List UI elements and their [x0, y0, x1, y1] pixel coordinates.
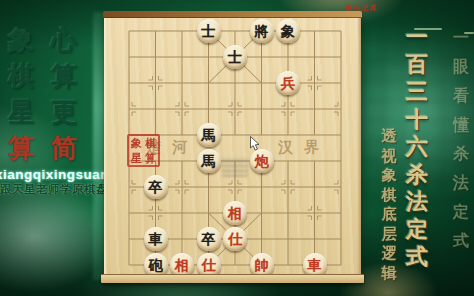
piece-glyph: 士 [228, 50, 242, 64]
piece-glyph: 馬 [202, 128, 216, 142]
mouse-cursor [250, 136, 261, 151]
left-tagline-char: 象 [4, 22, 38, 58]
left-tagline-char: 星 [4, 94, 38, 130]
piece-red-soldier[interactable]: 兵 [276, 71, 300, 95]
piece-glyph: 相 [175, 258, 189, 272]
piece-glyph: 象 [281, 24, 295, 38]
xiangqi-board[interactable]: 楚河 汉界 象棋星算 士將象士兵馬馬炮卒相車卒仕砲相仕帥車 [104, 11, 361, 283]
right-text-char: 底 [377, 204, 401, 224]
right-text-char: 百 [402, 51, 432, 79]
piece-red-advisor[interactable]: 仕 [223, 227, 247, 251]
board-frame-label: 象棋星算 [346, 3, 378, 13]
right-text-char: 棋 [377, 185, 401, 205]
right-text-char: 眼 [450, 52, 472, 81]
right-faint-column: 一眼看懂杀法定式 [450, 23, 472, 255]
right-text-char: 辑 [377, 263, 401, 283]
right-text-char: 层 [377, 224, 401, 244]
piece-glyph: 馬 [202, 154, 216, 168]
left-tagline-char: 更 [47, 94, 81, 130]
piece-glyph: 炮 [255, 154, 269, 168]
piece-red-cannon[interactable]: 炮 [250, 149, 274, 173]
video-frame: 象棋星算 心算更简 xiangqixingsuan 跟天星老师学原棋盘心算 楚河… [0, 0, 474, 296]
piece-glyph: 車 [149, 232, 163, 246]
right-text-char: 杀 [450, 139, 472, 168]
right-text-char: 定 [450, 197, 472, 226]
left-tagline-char: 棋 [4, 58, 38, 94]
right-text-char: 六 [402, 133, 432, 161]
right-text-char: 式 [402, 243, 432, 271]
right-text-char: 法 [450, 168, 472, 197]
piece-black-horse[interactable]: 馬 [197, 123, 221, 147]
right-text-char: 看 [450, 81, 472, 110]
channel-watermark-latin: xiangqixingsuan [0, 167, 109, 182]
piece-black-chariot[interactable]: 車 [144, 227, 168, 251]
piece-glyph: 砲 [149, 258, 163, 272]
piece-glyph: 將 [255, 24, 269, 38]
piece-glyph: 兵 [281, 76, 295, 90]
piece-glyph: 車 [308, 258, 322, 272]
piece-glyph: 士 [202, 24, 216, 38]
piece-glyph: 卒 [202, 232, 216, 246]
left-tagline-char: 简 [47, 130, 81, 166]
piece-red-elephant[interactable]: 相 [223, 201, 247, 225]
piece-black-horse[interactable]: 馬 [197, 149, 221, 173]
right-title-column: 一百三十六杀法定式 [402, 23, 432, 271]
left-tagline-char: 算 [47, 58, 81, 94]
channel-watermark-chinese: 跟天星老师学原棋盘心算 [0, 182, 106, 197]
right-text-char: 懂 [450, 110, 472, 139]
right-text-char: 一 [402, 23, 432, 51]
left-tagline-char: 心 [47, 22, 81, 58]
right-text-char: 三 [402, 78, 432, 106]
piece-black-advisor[interactable]: 士 [223, 45, 247, 69]
right-text-char: 十 [402, 106, 432, 134]
right-text-char: 逻 [377, 243, 401, 263]
right-text-char: 式 [450, 226, 472, 255]
board-frame-top [103, 11, 362, 18]
piece-black-general[interactable]: 將 [250, 19, 274, 43]
left-tagline-column-2: 心算更简 [47, 22, 81, 166]
left-tagline-char: 算 [4, 130, 38, 166]
piece-black-soldier[interactable]: 卒 [197, 227, 221, 251]
piece-glyph: 仕 [202, 258, 216, 272]
right-text-char: 杀 [402, 161, 432, 189]
right-text-char: 定 [402, 216, 432, 244]
pieces-layer: 士將象士兵馬馬炮卒相車卒仕砲相仕帥車 [116, 18, 355, 278]
piece-black-soldier[interactable]: 卒 [144, 175, 168, 199]
right-subtitle-column: 透视象棋底层逻辑 [377, 126, 401, 282]
piece-glyph: 仕 [228, 232, 242, 246]
piece-black-elephant[interactable]: 象 [276, 19, 300, 43]
right-text-char: 象 [377, 165, 401, 185]
right-text-char: 一 [450, 23, 472, 52]
board-frame-bottom [101, 274, 364, 283]
left-tagline-column-1: 象棋星算 [4, 22, 38, 166]
piece-glyph: 帥 [255, 258, 269, 272]
piece-glyph: 卒 [149, 180, 163, 194]
right-text-char: 视 [377, 146, 401, 166]
right-text-char: 法 [402, 188, 432, 216]
piece-glyph: 相 [228, 206, 242, 220]
piece-black-advisor[interactable]: 士 [197, 19, 221, 43]
right-text-char: 透 [377, 126, 401, 146]
